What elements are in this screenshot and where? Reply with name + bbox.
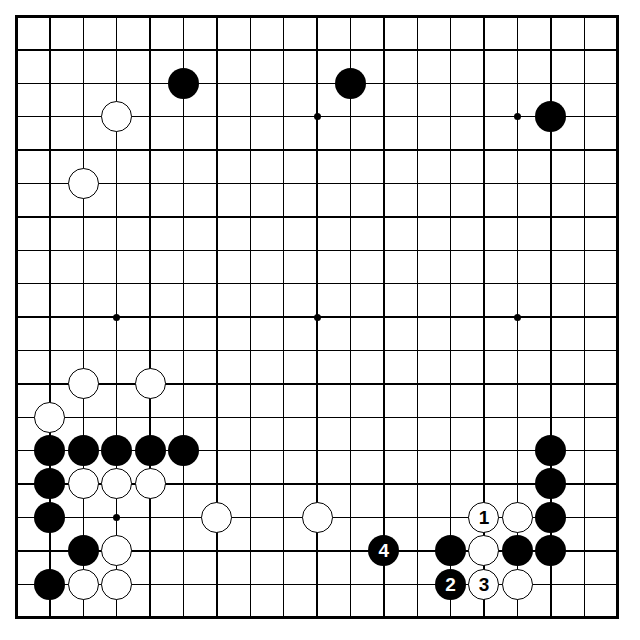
white-stone — [135, 368, 166, 399]
white-stone — [135, 468, 166, 499]
white-stone — [502, 569, 533, 600]
black-stone — [335, 68, 366, 99]
black-stone — [168, 68, 199, 99]
go-board: 4213 — [0, 0, 634, 634]
star-point — [514, 113, 521, 120]
white-stone — [468, 535, 499, 566]
black-stone — [34, 569, 65, 600]
white-stone — [101, 535, 132, 566]
black-stone — [435, 535, 466, 566]
white-stone — [34, 402, 65, 433]
star-point — [113, 514, 120, 521]
white-stone — [68, 569, 99, 600]
star-point — [314, 113, 321, 120]
black-stone — [535, 435, 566, 466]
black-stone — [502, 535, 533, 566]
move-3-stone: 3 — [468, 569, 499, 600]
white-stone — [101, 101, 132, 132]
star-point — [314, 314, 321, 321]
black-stone — [68, 535, 99, 566]
white-stone — [101, 468, 132, 499]
black-stone — [535, 468, 566, 499]
black-stone — [535, 502, 566, 533]
move-4-stone: 4 — [368, 535, 399, 566]
star-point — [113, 314, 120, 321]
black-stone — [535, 535, 566, 566]
star-point — [514, 314, 521, 321]
move-2-stone: 2 — [435, 569, 466, 600]
black-stone — [34, 435, 65, 466]
black-stone — [34, 502, 65, 533]
white-stone — [68, 368, 99, 399]
move-1-stone: 1 — [468, 502, 499, 533]
black-stone — [68, 435, 99, 466]
white-stone — [68, 468, 99, 499]
go-diagram: 4213 — [0, 0, 640, 640]
black-stone — [535, 101, 566, 132]
black-stone — [34, 468, 65, 499]
black-stone — [101, 435, 132, 466]
white-stone — [68, 168, 99, 199]
black-stone — [168, 435, 199, 466]
white-stone — [502, 502, 533, 533]
white-stone — [201, 502, 232, 533]
white-stone — [302, 502, 333, 533]
black-stone — [135, 435, 166, 466]
white-stone — [101, 569, 132, 600]
